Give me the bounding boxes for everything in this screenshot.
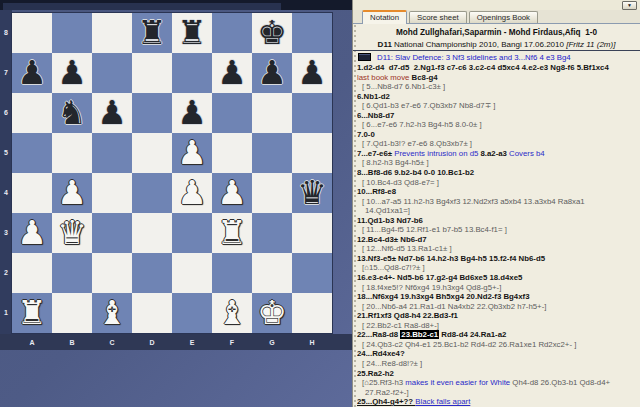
square-g6[interactable] [252, 93, 292, 133]
square-g3[interactable] [252, 213, 292, 253]
rank-label-7: 7 [0, 53, 12, 93]
notation-line-1: 1.d2-d4 d7-d5 2.Ng1-f3 c7-c6 3.c2-c4 d5x… [357, 63, 640, 73]
notation-line-29: 22...Ra8-d8 23.Bb2-c1 Rd8-d4 24.Ra1-a2 [357, 330, 640, 340]
square-f3[interactable]: ♜ [212, 213, 252, 253]
mainline-moves[interactable]: 8...Bf8-d6 9.b2-b4 0-0 10.Bc1-b2 [357, 168, 474, 177]
mainline-moves[interactable]: 24...Rd4xe4? [357, 349, 405, 358]
square-d5[interactable] [132, 133, 172, 173]
mainline-moves[interactable]: 11.Qd1-b3 Nd7-b6 [357, 216, 423, 225]
current-move-highlight[interactable]: 23.Bb2-c1 [400, 330, 439, 339]
square-g4[interactable] [252, 173, 292, 213]
mainline-moves[interactable]: 25.Ra2-h2 [357, 369, 394, 378]
mainline-moves[interactable]: 13.Nf3-e5± Nd7-b6 14.h2-h3 Bg4-h5 15.f2-… [357, 254, 545, 263]
tab-score-sheet[interactable]: Score sheet [409, 11, 467, 23]
mainline-moves[interactable]: Rd8-d4 24.Ra1-a2 [439, 330, 506, 339]
notation-line-14: 10...Rf8-e8 [357, 187, 640, 197]
game-players: Mohd Zullghafari,Saparmin - Mohd Firdaus… [396, 28, 581, 37]
black-pawn[interactable]: ♟ [252, 53, 292, 93]
square-a4[interactable] [12, 173, 52, 213]
black-queen[interactable]: ♛ [292, 173, 332, 213]
tab-notation[interactable]: Notation [362, 10, 407, 24]
notation-line-17: 11.Qd1-b3 Nd7-b6 [357, 216, 640, 226]
white-pawn[interactable]: ♟ [212, 173, 252, 213]
square-b7[interactable]: ♟ [52, 53, 92, 93]
variation-moves[interactable]: [ 18.f4xe5!? Nf6xg4 19.h3xg4 Qd8-g5+-] [362, 283, 501, 292]
notation-line-2: last book move Bc8-g4 [357, 73, 640, 83]
square-h1[interactable] [292, 293, 332, 333]
chevron-down-icon: ▼ [627, 2, 632, 8]
chess-board: ♜♜♚♟♟♟♟♟♞♟♟♟♟♟♟♛♟♛♜♜♝♝♚ [12, 13, 332, 333]
rank-label-4: 4 [0, 173, 12, 213]
file-label-e: E [172, 336, 212, 349]
square-d6[interactable] [132, 93, 172, 133]
mainline-moves[interactable]: 10...Rf8-e8 [357, 187, 396, 196]
square-a1[interactable]: ♜ [12, 293, 52, 333]
square-f4[interactable]: ♟ [212, 173, 252, 213]
notation-line-32: [ 24...Re8-d8!?± ] [357, 359, 640, 369]
white-pawn[interactable]: ♟ [12, 213, 52, 253]
notation-line-3: [ 5...Nb8-d7 6.Nb1-c3± ] [357, 82, 640, 92]
square-a8[interactable] [12, 13, 52, 53]
square-a6[interactable] [12, 93, 52, 133]
file-labels: ABCDEFGH [12, 336, 332, 349]
file-label-d: D [132, 336, 172, 349]
variation-moves[interactable]: [ 6.Qd1-b3 e7-e6 7.Qb3xb7 Nb8-d7∓ ] [362, 101, 496, 110]
notation-line-8: 7.0-0 [357, 130, 640, 140]
event-text: National Championship 2010, Bangi 17.06.… [392, 40, 566, 49]
notation-line-25: 18...Nf6xg4 19.h3xg4 Bh5xg4 20.Nd2-f3 Bg… [357, 292, 640, 302]
notation-line-18: [ 11...Bg4-f5 12.Rf1-e1 b7-b5 13.Bc4-f1=… [357, 225, 640, 235]
panel-top-strip: ▼ [353, 0, 640, 10]
variation-moves[interactable]: [ 22.Bb2-c1 Ra8-d8+-] [362, 321, 439, 330]
variation-moves[interactable]: 14.Qd1xa1=] [365, 206, 410, 215]
square-a3[interactable]: ♟ [12, 213, 52, 253]
variation-moves[interactable]: 27.Ra2-f2+-] [365, 388, 409, 397]
square-h8[interactable] [292, 13, 332, 53]
white-rook[interactable]: ♜ [12, 293, 52, 333]
square-a7[interactable]: ♟ [12, 53, 52, 93]
square-f5[interactable] [212, 133, 252, 173]
notation-line-15: [ 10...a7-a5 11.h2-h3 Bg4xf3 12.Nd2xf3 a… [357, 197, 640, 207]
mainline-moves[interactable]: Bc8-g4 [412, 73, 438, 82]
variation-moves[interactable]: [ 20...Nb6-a4 21.Ra1-d1 Na4xb2 22.Qb3xb2… [362, 302, 546, 311]
square-g5[interactable] [252, 133, 292, 173]
notation-line-26: [ 20...Nb6-a4 21.Ra1-d1 Na4xb2 22.Qb3xb2… [357, 302, 640, 312]
square-b4[interactable]: ♟ [52, 173, 92, 213]
square-b5[interactable] [52, 133, 92, 173]
notation-line-19: 12.Bc4-d3± Nb6-d7 [357, 235, 640, 245]
square-g1[interactable]: ♚ [252, 293, 292, 333]
file-label-a: A [12, 336, 52, 349]
square-e6[interactable]: ♟ [172, 93, 212, 133]
square-e8[interactable]: ♜ [172, 13, 212, 53]
rank-label-2: 2 [0, 253, 12, 293]
notation-line-7: [ 6...e7-e6 7.h2-h3 Bg4-h5 8.0-0± ] [357, 120, 640, 130]
black-king[interactable]: ♚ [252, 13, 292, 53]
notation-line-6: 6...Nb8-d7 [357, 111, 640, 121]
mainline-moves[interactable]: 6.Nb1-d2 [357, 92, 390, 101]
mainline-moves[interactable]: 1.d2-d4 d7-d5 2.Ng1-f3 c7-c6 3.c2-c4 d5x… [357, 63, 609, 72]
black-pawn[interactable]: ♟ [292, 53, 332, 93]
commentary-text: makes it even easier for White [405, 378, 512, 387]
square-e2[interactable] [172, 253, 212, 293]
notation-line-31: 24...Rd4xe4? [357, 349, 640, 359]
black-pawn[interactable]: ♟ [92, 93, 132, 133]
white-pawn[interactable]: ♟ [52, 173, 92, 213]
tab-openings-book[interactable]: Openings Book [469, 11, 538, 23]
square-d1[interactable] [132, 293, 172, 333]
game-header: Mohd Zullghafari,Saparmin - Mohd Firdaus… [353, 24, 640, 51]
black-rook[interactable]: ♜ [132, 13, 172, 53]
square-f2[interactable] [212, 253, 252, 293]
variation-moves[interactable]: [ 11...Bg4-f5 12.Rf1-e1 b7-b5 13.Bc4-f1=… [362, 225, 507, 234]
variation-moves[interactable]: [ 24...Re8-d8!?± ] [362, 359, 422, 368]
square-e3[interactable] [172, 213, 212, 253]
mainline-moves[interactable]: 21.Rf1xf3 Qd8-h4 22.Bd3-f1 [357, 311, 458, 320]
square-f7[interactable]: ♟ [212, 53, 252, 93]
square-e7[interactable] [172, 53, 212, 93]
square-h3[interactable] [292, 213, 332, 253]
chess-program-window: ♜♜♚♟♟♟♟♟♞♟♟♟♟♟♟♛♟♛♜♜♝♝♚ 87654321 ABCDEFG… [0, 0, 640, 407]
board-panel: ♜♜♚♟♟♟♟♟♞♟♟♟♟♟♟♛♟♛♜♜♝♝♚ 87654321 ABCDEFG… [0, 0, 352, 407]
rank-label-8: 8 [0, 13, 12, 53]
file-label-g: G [252, 336, 292, 349]
notation-line-24: [ 18.f4xe5!? Nf6xg4 19.h3xg4 Qd8-g5+-] [357, 283, 640, 293]
notation-line-22: [⌂15...Qd8-c7!?± ] [357, 263, 640, 273]
square-g2[interactable] [252, 253, 292, 293]
book-move-note: last book move [357, 73, 412, 82]
square-a5[interactable] [12, 133, 52, 173]
square-b2[interactable] [52, 253, 92, 293]
square-d8[interactable]: ♜ [132, 13, 172, 53]
white-bishop[interactable]: ♝ [92, 293, 132, 333]
mainline-moves[interactable]: 12.Bc4-d3± Nb6-d7 [357, 235, 427, 244]
rank-label-6: 6 [0, 93, 12, 133]
variation-moves[interactable]: [ 5...Nb8-d7 6.Nb1-c3± ] [362, 82, 445, 91]
square-f6[interactable] [212, 93, 252, 133]
notation-line-11: [ 8.h2-h3 Bg4-h5± ] [357, 158, 640, 168]
notation-line-27: 21.Rf1xf3 Qd8-h4 22.Bd3-f1 [357, 311, 640, 321]
square-d2[interactable] [132, 253, 172, 293]
file-label-f: F [212, 336, 252, 349]
variation-moves[interactable]: Qh4-d8 26.Qb3-b1 Qd8-d4+ [512, 378, 610, 387]
notation-line-10: 7...e7-e6± Prevents intrusion on d5 8.a2… [357, 149, 640, 159]
mainline-moves[interactable]: 25...Qh4-g4+?? [357, 397, 415, 406]
mainline-moves[interactable]: 22...Ra8-d8 [357, 330, 400, 339]
white-queen[interactable]: ♛ [52, 213, 92, 253]
square-b3[interactable]: ♛ [52, 213, 92, 253]
rank-labels: 87654321 [0, 13, 12, 333]
game-result: 1-0 [585, 28, 597, 37]
square-b1[interactable] [52, 293, 92, 333]
square-d3[interactable] [132, 213, 172, 253]
notation-moves: 1.d2-d4 d7-d5 2.Ng1-f3 c7-c6 3.c2-c4 d5x… [353, 63, 640, 407]
mainline-moves[interactable]: 16.e3-e4+- Nd5-b6 17.g2-g4 Bd6xe5 18.d4x… [357, 273, 522, 282]
square-h2[interactable] [292, 253, 332, 293]
square-h6[interactable] [292, 93, 332, 133]
square-c5[interactable] [92, 133, 132, 173]
square-c7[interactable] [92, 53, 132, 93]
white-rook[interactable]: ♜ [212, 213, 252, 253]
commentary-text: Black falls apart [415, 397, 470, 406]
square-d4[interactable] [132, 173, 172, 213]
opening-name-row: D11: Slav Defence: 3 Nf3 sidelines and 3… [353, 51, 640, 63]
square-a2[interactable] [12, 253, 52, 293]
notation-line-28: [ 22.Bb2-c1 Ra8-d8+-] [357, 321, 640, 331]
variation-moves[interactable]: [ 10...a7-a5 11.h2-h3 Bg4xf3 12.Nd2xf3 a… [362, 197, 585, 206]
variation-moves[interactable]: [ 10.Bc4-d3 Qd8-e7= ] [362, 178, 439, 187]
square-d7[interactable] [132, 53, 172, 93]
mainline-moves[interactable]: 7.0-0 [357, 130, 375, 139]
game-event-info: D11 National Championship 2010, Bangi 17… [353, 39, 640, 50]
notation-line-23: 16.e3-e4+- Nd5-b6 17.g2-g4 Bd6xe5 18.d4x… [357, 273, 640, 283]
rank-label-5: 5 [0, 133, 12, 173]
variation-moves[interactable]: [ 6...e7-e6 7.h2-h3 Bg4-h5 8.0-0± ] [362, 120, 482, 129]
notation-line-12: 8...Bf8-d6 9.b2-b4 0-0 10.Bc1-b2 [357, 168, 640, 178]
titlebar-inner-bar [3, 3, 281, 10]
game-players-result: Mohd Zullghafari,Saparmin - Mohd Firdaus… [353, 27, 640, 39]
square-h7[interactable]: ♟ [292, 53, 332, 93]
square-h5[interactable] [292, 133, 332, 173]
black-knight[interactable]: ♞ [52, 93, 92, 133]
commentary-text: Prevents intrusion on d5 [394, 149, 480, 158]
variation-moves[interactable]: [⌂15...Qd8-c7!?± ] [362, 263, 425, 272]
square-e4[interactable]: ♟ [172, 173, 212, 213]
variation-moves[interactable]: [ 8.h2-h3 Bg4-h5± ] [362, 158, 429, 167]
square-c3[interactable] [92, 213, 132, 253]
mainline-moves[interactable]: 8.a2-a3 [480, 149, 509, 158]
notation-line-21: 13.Nf3-e5± Nd7-b6 14.h2-h3 Bg4-h5 15.f2-… [357, 254, 640, 264]
square-h4[interactable]: ♛ [292, 173, 332, 213]
black-pawn[interactable]: ♟ [172, 93, 212, 133]
variation-moves[interactable]: [ 12...Nf6-d5 13.Ra1-c1± ] [362, 244, 452, 253]
square-c2[interactable] [92, 253, 132, 293]
file-label-b: B [52, 336, 92, 349]
variation-moves[interactable]: [⌂25.Rf3-h3 [362, 378, 405, 387]
square-g8[interactable]: ♚ [252, 13, 292, 53]
file-label-c: C [92, 336, 132, 349]
variation-moves[interactable]: [ 24.Qb3-c2 Qh4-e1 25.Bc1-b2 Rd4-d2 26.R… [362, 340, 576, 349]
white-pawn[interactable]: ♟ [172, 133, 212, 173]
notation-line-34: [⌂25.Rf3-h3 makes it even easier for Whi… [357, 378, 640, 388]
notation-line-20: [ 12...Nf6-d5 13.Ra1-c1± ] [357, 244, 640, 254]
square-c6[interactable]: ♟ [92, 93, 132, 133]
square-b8[interactable] [52, 13, 92, 53]
window-titlebar [0, 0, 352, 10]
white-bishop[interactable]: ♝ [212, 293, 252, 333]
square-f1[interactable]: ♝ [212, 293, 252, 333]
rank-label-1: 1 [0, 293, 12, 333]
notation-line-9: [ 7.Qd1-b3!? e7-e6 8.Qb3xb7± ] [357, 139, 640, 149]
black-pawn[interactable]: ♟ [12, 53, 52, 93]
notation-line-30: [ 24.Qb3-c2 Qh4-e1 25.Bc1-b2 Rd4-d2 26.R… [357, 340, 640, 350]
variation-moves[interactable]: [ 7.Qd1-b3!? e7-e6 8.Qb3xb7± ] [362, 139, 472, 148]
opening-square-icon [358, 53, 371, 61]
rank-label-3: 3 [0, 213, 12, 253]
notation-line-36: 25...Qh4-g4+?? Black falls apart [357, 397, 640, 407]
eco-code: D11 [378, 40, 392, 49]
mainline-moves[interactable]: 18...Nf6xg4 19.h3xg4 Bh5xg4 20.Nd2-f3 Bg… [357, 292, 529, 301]
notation-line-35: 27.Ra2-f2+-] [357, 388, 640, 398]
black-rook[interactable]: ♜ [172, 13, 212, 53]
square-g7[interactable]: ♟ [252, 53, 292, 93]
notation-line-5: [ 6.Qd1-b3 e7-e6 7.Qb3xb7 Nb8-d7∓ ] [357, 101, 640, 111]
tab-bar: NotationScore sheetOpenings Book [353, 10, 640, 24]
mainline-moves[interactable]: 7...e7-e6± [357, 149, 394, 158]
engine-annotation: [Fritz 11 (2m)] [566, 40, 615, 49]
square-b6[interactable]: ♞ [52, 93, 92, 133]
notation-line-33: 25.Ra2-h2 [357, 369, 640, 379]
notation-dropdown-button[interactable]: ▼ [622, 1, 637, 10]
square-c1[interactable]: ♝ [92, 293, 132, 333]
white-king[interactable]: ♚ [252, 293, 292, 333]
commentary-text: Covers b4 [509, 149, 545, 158]
notation-panel: ▼ NotationScore sheetOpenings Book Mohd … [352, 0, 640, 407]
black-pawn[interactable]: ♟ [212, 53, 252, 93]
notation-line-13: [ 10.Bc4-d3 Qd8-e7= ] [357, 178, 640, 188]
square-c4[interactable] [92, 173, 132, 213]
square-e1[interactable] [172, 293, 212, 333]
black-pawn[interactable]: ♟ [52, 53, 92, 93]
white-pawn[interactable]: ♟ [172, 173, 212, 213]
notation-line-4: 6.Nb1-d2 [357, 92, 640, 102]
square-c8[interactable] [92, 13, 132, 53]
square-e5[interactable]: ♟ [172, 133, 212, 173]
mainline-moves[interactable]: 6...Nb8-d7 [357, 111, 394, 120]
notation-line-16: 14.Qd1xa1=] [357, 206, 640, 216]
square-f8[interactable] [212, 13, 252, 53]
opening-name: D11: Slav Defence: 3 Nf3 sidelines and 3… [377, 53, 571, 62]
file-label-h: H [292, 336, 332, 349]
